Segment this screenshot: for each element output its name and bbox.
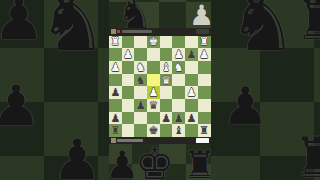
square-c6[interactable] (172, 99, 185, 112)
black-pawn-b2[interactable]: ♟ (185, 48, 198, 61)
black-rook-h8[interactable]: ♜ (109, 124, 122, 137)
square-c3[interactable]: ♞ (172, 61, 185, 74)
square-a4[interactable] (198, 74, 211, 87)
square-e8[interactable]: ♚ (147, 124, 160, 137)
square-h4[interactable] (109, 74, 122, 87)
chess-board[interactable]: ♜♚♜♟♟♟♟♟♞♝♞♞♛♟♟♟♟♛♟♟♟♟♜♚♝♜ (109, 36, 211, 138)
square-g7[interactable] (122, 112, 135, 125)
square-c7[interactable]: ♟ (172, 112, 185, 125)
black-pawn-f6[interactable]: ♟ (134, 99, 147, 112)
square-h5[interactable]: ♟ (109, 86, 122, 99)
square-a5[interactable] (198, 86, 211, 99)
square-f6[interactable]: ♟ (134, 99, 147, 112)
square-f1[interactable] (134, 36, 147, 49)
square-b4[interactable] (185, 74, 198, 87)
background-knight-icon: ♞ (228, 0, 298, 62)
square-g5[interactable] (122, 86, 135, 99)
white-rook-h1[interactable]: ♜ (109, 36, 122, 49)
top-player-bar (109, 28, 211, 36)
white-bishop-d3[interactable]: ♝ (160, 61, 173, 74)
square-b3[interactable] (185, 61, 198, 74)
bottom-player-username[interactable] (117, 139, 143, 142)
square-d7[interactable]: ♟ (160, 112, 173, 125)
square-a1[interactable]: ♜ (198, 36, 211, 49)
square-b8[interactable] (185, 124, 198, 137)
black-pawn-b7[interactable]: ♟ (185, 112, 198, 125)
black-pawn-d7[interactable]: ♟ (160, 112, 173, 125)
square-b7[interactable]: ♟ (185, 112, 198, 125)
square-c4[interactable] (172, 74, 185, 87)
square-c1[interactable] (172, 36, 185, 49)
square-a2[interactable]: ♟ (198, 48, 211, 61)
square-g2[interactable]: ♟ (122, 48, 135, 61)
background-rook-icon: ♜ (292, 130, 320, 180)
white-pawn-h3[interactable]: ♟ (109, 61, 122, 74)
square-d4[interactable]: ♛ (160, 74, 173, 87)
square-g6[interactable] (122, 99, 135, 112)
square-g3[interactable] (122, 61, 135, 74)
square-a6[interactable] (198, 99, 211, 112)
background-pawn-icon: ♟ (0, 78, 41, 134)
background-rook-icon: ♜ (294, 0, 320, 48)
square-g1[interactable] (122, 36, 135, 49)
square-c2[interactable]: ♟ (172, 48, 185, 61)
background-pawn-icon: ♟ (109, 146, 139, 180)
background-pawn-icon: ♟ (0, 0, 45, 48)
white-pawn-g2[interactable]: ♟ (122, 48, 135, 61)
square-f2[interactable] (134, 48, 147, 61)
video-frame: ♟♞♟♟♞♜♟♜ ♞♟♟♚♜ ♜♚♜♟♟♟♟♟♞♝♞♞♛♟♟♟♟♛♟♟♟♟♜♚♝… (0, 0, 320, 180)
background-king-icon: ♚ (135, 142, 174, 180)
top-player-username[interactable] (122, 30, 152, 33)
top-player-title-badge (117, 30, 120, 33)
black-rook-a8[interactable]: ♜ (198, 124, 211, 137)
square-a8[interactable]: ♜ (198, 124, 211, 137)
background-pawn-icon: ♟ (222, 80, 269, 132)
background-pawn-icon: ♟ (52, 132, 102, 180)
square-f8[interactable] (134, 124, 147, 137)
white-pawn-b5[interactable]: ♟ (185, 86, 198, 99)
top-player-clock (196, 29, 210, 34)
square-d3[interactable]: ♝ (160, 61, 173, 74)
square-f7[interactable] (134, 112, 147, 125)
square-f5[interactable] (134, 86, 147, 99)
white-pawn-e5[interactable]: ♟ (147, 86, 160, 99)
square-d8[interactable] (160, 124, 173, 137)
vertical-video-strip: ♞♟♟♚♜ ♜♚♜♟♟♟♟♟♞♝♞♞♛♟♟♟♟♛♟♟♟♟♜♚♝♜ (109, 0, 211, 180)
square-b6[interactable] (185, 99, 198, 112)
square-d6[interactable] (160, 99, 173, 112)
white-knight-f3[interactable]: ♞ (134, 61, 147, 74)
black-knight-f4[interactable]: ♞ (134, 74, 147, 87)
white-queen-d4[interactable]: ♛ (160, 74, 173, 87)
top-player-avatar[interactable] (111, 29, 116, 34)
black-pawn-c7[interactable]: ♟ (172, 112, 185, 125)
white-king-e1[interactable]: ♚ (147, 36, 160, 49)
square-e2[interactable] (147, 48, 160, 61)
background-knight-icon: ♞ (38, 0, 108, 62)
square-e7[interactable] (147, 112, 160, 125)
square-c5[interactable] (172, 86, 185, 99)
square-g8[interactable] (122, 124, 135, 137)
bottom-player-clock (196, 138, 210, 143)
square-f4[interactable]: ♞ (134, 74, 147, 87)
bottom-player-avatar[interactable] (111, 138, 116, 143)
white-pawn-a2[interactable]: ♟ (198, 48, 211, 61)
white-rook-a1[interactable]: ♜ (198, 36, 211, 49)
square-a7[interactable] (198, 112, 211, 125)
black-bishop-c8[interactable]: ♝ (172, 124, 185, 137)
square-h8[interactable]: ♜ (109, 124, 122, 137)
square-h6[interactable] (109, 99, 122, 112)
square-a3[interactable] (198, 61, 211, 74)
white-pawn-c2[interactable]: ♟ (172, 48, 185, 61)
square-e5[interactable]: ♟ (147, 86, 160, 99)
square-h2[interactable] (109, 48, 122, 61)
square-h3[interactable]: ♟ (109, 61, 122, 74)
square-e4[interactable] (147, 74, 160, 87)
black-pawn-h7[interactable]: ♟ (109, 112, 122, 125)
square-f3[interactable]: ♞ (134, 61, 147, 74)
square-b1[interactable] (185, 36, 198, 49)
square-b5[interactable]: ♟ (185, 86, 198, 99)
square-e3[interactable] (147, 61, 160, 74)
square-d2[interactable] (160, 48, 173, 61)
square-h1[interactable]: ♜ (109, 36, 122, 49)
square-e6[interactable]: ♛ (147, 99, 160, 112)
bottom-player-bar (109, 137, 211, 145)
black-king-e8[interactable]: ♚ (147, 124, 160, 137)
background-pawn-icon: ♟ (189, 2, 211, 30)
square-d1[interactable] (160, 36, 173, 49)
square-g4[interactable] (122, 74, 135, 87)
square-h7[interactable]: ♟ (109, 112, 122, 125)
square-d5[interactable] (160, 86, 173, 99)
black-pawn-h5[interactable]: ♟ (109, 86, 122, 99)
square-b2[interactable]: ♟ (185, 48, 198, 61)
white-knight-c3[interactable]: ♞ (172, 61, 185, 74)
background-rook-icon: ♜ (183, 146, 211, 180)
black-queen-e6[interactable]: ♛ (147, 99, 160, 112)
square-c8[interactable]: ♝ (172, 124, 185, 137)
square-e1[interactable]: ♚ (147, 36, 160, 49)
